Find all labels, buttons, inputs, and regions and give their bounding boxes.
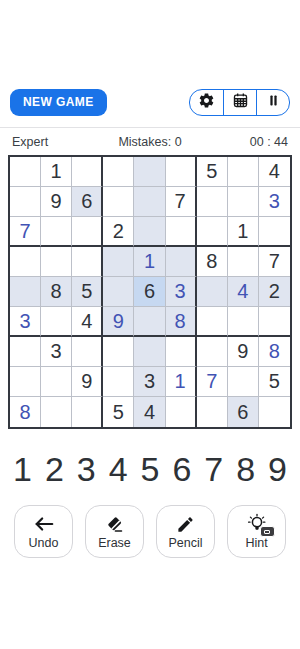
cell-r4c2[interactable]	[41, 247, 72, 277]
calendar-icon	[232, 92, 249, 112]
cell-r8c2[interactable]	[41, 367, 72, 397]
cell-r4c9[interactable]: 7	[259, 247, 290, 277]
cell-r5c5[interactable]: 6	[134, 277, 165, 307]
cell-r2c4[interactable]	[103, 187, 134, 217]
numpad-9[interactable]: 9	[268, 452, 287, 486]
cell-r4c8[interactable]	[228, 247, 259, 277]
cell-r1c6[interactable]	[166, 157, 197, 187]
cell-r4c7[interactable]: 8	[197, 247, 228, 277]
pencil-button[interactable]: Pencil	[156, 505, 215, 558]
numpad-8[interactable]: 8	[236, 452, 255, 486]
cell-r5c4[interactable]	[103, 277, 134, 307]
cell-r3c8[interactable]: 1	[228, 217, 259, 247]
toolbar-divider	[0, 127, 300, 128]
cell-r9c9[interactable]	[259, 397, 290, 427]
cell-r8c7[interactable]: 7	[197, 367, 228, 397]
cell-r9c1[interactable]: 8	[10, 397, 41, 427]
new-game-button[interactable]: NEW GAME	[10, 89, 107, 116]
cell-r9c2[interactable]	[41, 397, 72, 427]
cell-r4c6[interactable]	[166, 247, 197, 277]
daily-challenge-button[interactable]	[223, 90, 256, 115]
cell-r6c5[interactable]	[134, 307, 165, 337]
cell-r5c9[interactable]: 2	[259, 277, 290, 307]
cell-r9c5[interactable]: 4	[134, 397, 165, 427]
undo-arrow-icon	[32, 513, 56, 535]
cell-r7c9[interactable]: 8	[259, 337, 290, 367]
cell-r6c2[interactable]	[41, 307, 72, 337]
cell-r8c3[interactable]: 9	[72, 367, 103, 397]
hint-label: Hint	[245, 536, 267, 550]
cell-r5c8[interactable]: 4	[228, 277, 259, 307]
cell-r3c2[interactable]	[41, 217, 72, 247]
cell-r6c3[interactable]: 4	[72, 307, 103, 337]
cell-r1c3[interactable]	[72, 157, 103, 187]
cell-r5c2[interactable]: 8	[41, 277, 72, 307]
status-bar: Expert Mistakes: 0 00 : 44	[0, 135, 300, 149]
cell-r2c1[interactable]	[10, 187, 41, 217]
cell-r3c9[interactable]	[259, 217, 290, 247]
numpad-1[interactable]: 1	[13, 452, 32, 486]
cell-r8c8[interactable]	[228, 367, 259, 397]
cell-r8c1[interactable]	[10, 367, 41, 397]
cell-r7c8[interactable]: 9	[228, 337, 259, 367]
cell-r9c3[interactable]	[72, 397, 103, 427]
cell-r9c8[interactable]: 6	[228, 397, 259, 427]
pencil-icon	[174, 513, 198, 535]
cell-r9c4[interactable]: 5	[103, 397, 134, 427]
cell-r8c9[interactable]: 5	[259, 367, 290, 397]
erase-label: Erase	[98, 536, 131, 550]
cell-r6c4[interactable]: 9	[103, 307, 134, 337]
cell-r4c5[interactable]: 1	[134, 247, 165, 277]
action-buttons-row: Undo Erase Pencil	[0, 505, 300, 558]
numpad-4[interactable]: 4	[109, 452, 128, 486]
number-pad: 123456789	[0, 450, 300, 488]
pause-button[interactable]	[256, 90, 289, 115]
cell-r6c6[interactable]: 8	[166, 307, 197, 337]
cell-r2c6[interactable]: 7	[166, 187, 197, 217]
ad-video-badge-icon	[260, 526, 275, 537]
cell-r4c4[interactable]	[103, 247, 134, 277]
numpad-3[interactable]: 3	[77, 452, 96, 486]
cell-r3c4[interactable]: 2	[103, 217, 134, 247]
cell-r7c2[interactable]: 3	[41, 337, 72, 367]
cell-r7c4[interactable]	[103, 337, 134, 367]
cell-r2c7[interactable]	[197, 187, 228, 217]
numpad-6[interactable]: 6	[172, 452, 191, 486]
cell-r7c1[interactable]	[10, 337, 41, 367]
cell-r1c1[interactable]	[10, 157, 41, 187]
cell-r1c2[interactable]: 1	[41, 157, 72, 187]
timer: 00 : 44	[250, 135, 288, 149]
sudoku-grid: 15496737211878563423498398931758546	[8, 155, 292, 429]
settings-button[interactable]	[190, 90, 223, 115]
cell-r3c1[interactable]: 7	[10, 217, 41, 247]
cell-r2c5[interactable]	[134, 187, 165, 217]
gear-icon	[198, 92, 215, 112]
cell-r2c2[interactable]: 9	[41, 187, 72, 217]
cell-r6c7[interactable]	[197, 307, 228, 337]
cell-r8c5[interactable]: 3	[134, 367, 165, 397]
hint-label-pencil: Pencil	[168, 536, 202, 550]
cell-r9c7[interactable]	[197, 397, 228, 427]
top-toolbar: NEW GAME	[0, 88, 300, 116]
cell-r6c8[interactable]	[228, 307, 259, 337]
pause-icon	[266, 93, 281, 111]
cell-r5c7[interactable]	[197, 277, 228, 307]
cell-r5c3[interactable]: 5	[72, 277, 103, 307]
cell-r1c7[interactable]: 5	[197, 157, 228, 187]
cell-r2c8[interactable]	[228, 187, 259, 217]
undo-label: Undo	[29, 536, 59, 550]
hint-button[interactable]: Hint	[227, 505, 286, 558]
numpad-5[interactable]: 5	[141, 452, 160, 486]
cell-r3c7[interactable]	[197, 217, 228, 247]
erase-button[interactable]: Erase	[85, 505, 144, 558]
numpad-7[interactable]: 7	[204, 452, 223, 486]
cell-r3c5[interactable]	[134, 217, 165, 247]
cell-r7c3[interactable]	[72, 337, 103, 367]
cell-r5c6[interactable]: 3	[166, 277, 197, 307]
cell-r7c7[interactable]	[197, 337, 228, 367]
cell-r7c6[interactable]	[166, 337, 197, 367]
numpad-2[interactable]: 2	[45, 452, 64, 486]
cell-r2c9[interactable]: 3	[259, 187, 290, 217]
cell-r8c4[interactable]	[103, 367, 134, 397]
lightbulb-ad-icon	[245, 513, 269, 535]
eraser-icon	[103, 513, 127, 535]
difficulty-label: Expert	[12, 135, 48, 149]
cell-r6c1[interactable]: 3	[10, 307, 41, 337]
cell-r2c3[interactable]: 6	[72, 187, 103, 217]
cell-r1c5[interactable]	[134, 157, 165, 187]
cell-r5c1[interactable]	[10, 277, 41, 307]
cell-r8c6[interactable]: 1	[166, 367, 197, 397]
cell-r1c8[interactable]	[228, 157, 259, 187]
cell-r9c6[interactable]	[166, 397, 197, 427]
cell-r4c1[interactable]	[10, 247, 41, 277]
toolbar-icon-group	[189, 89, 290, 116]
cell-r3c6[interactable]	[166, 217, 197, 247]
cell-r3c3[interactable]	[72, 217, 103, 247]
undo-button[interactable]: Undo	[14, 505, 73, 558]
cell-r7c5[interactable]	[134, 337, 165, 367]
cell-r4c3[interactable]	[72, 247, 103, 277]
cell-r6c9[interactable]	[259, 307, 290, 337]
cell-r1c9[interactable]: 4	[259, 157, 290, 187]
cell-r1c4[interactable]	[103, 157, 134, 187]
